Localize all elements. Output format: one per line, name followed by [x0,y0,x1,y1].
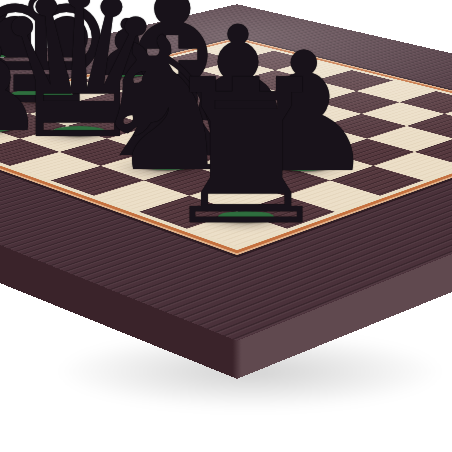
rook-piece: ♜ [156,53,335,253]
pieces-layer: ♟♟♚♟♟♛♝♞♟♜ [0,0,452,452]
chessboard-photo-scene: ♟♟♚♟♟♛♝♞♟♜ [0,0,452,452]
